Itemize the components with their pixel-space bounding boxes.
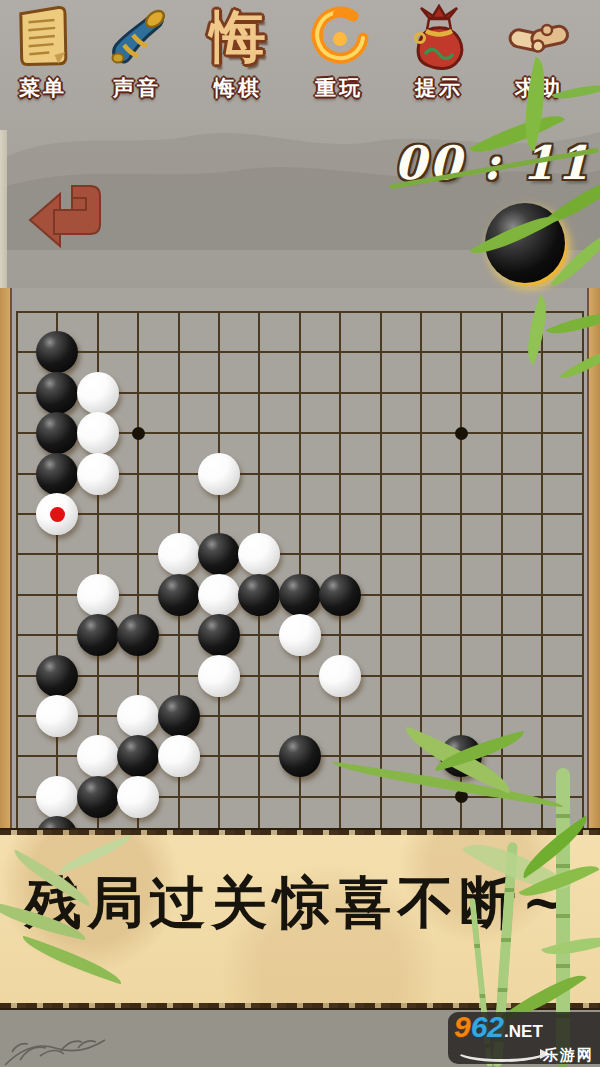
white-stone[interactable] xyxy=(198,655,240,697)
game-screen: 菜单 声音 悔 悔棋 xyxy=(0,0,600,1067)
back-button[interactable] xyxy=(24,168,110,256)
hint-pouch-icon xyxy=(407,4,471,72)
grid-line-horizontal xyxy=(16,675,584,677)
replay-button[interactable]: 重玩 xyxy=(296,4,382,110)
white-stone[interactable] xyxy=(36,776,78,818)
ink-branch-sketch xyxy=(0,1010,160,1067)
black-stone[interactable] xyxy=(36,412,78,454)
white-stone[interactable] xyxy=(158,735,200,777)
menu-scroll-icon xyxy=(11,4,75,72)
grid-line-horizontal xyxy=(16,351,584,353)
sound-button[interactable]: 声音 xyxy=(94,4,180,110)
white-stone[interactable] xyxy=(198,574,240,616)
white-stone[interactable] xyxy=(36,695,78,737)
torn-paper-edge xyxy=(0,130,7,288)
undo-label: 悔棋 xyxy=(195,74,281,102)
menu-label: 菜单 xyxy=(0,74,86,102)
black-stone[interactable] xyxy=(117,614,159,656)
toolbar: 菜单 声音 悔 悔棋 xyxy=(0,0,600,112)
black-stone[interactable] xyxy=(117,735,159,777)
white-stone[interactable] xyxy=(319,655,361,697)
white-stone[interactable] xyxy=(158,533,200,575)
grid-line-horizontal xyxy=(16,513,584,515)
hint-button[interactable]: 提示 xyxy=(396,4,482,110)
watermark-site: 962.NET xyxy=(454,1014,600,1045)
star-point xyxy=(455,427,468,440)
hint-label: 提示 xyxy=(396,74,482,102)
undo-character-icon: 悔 xyxy=(206,4,270,72)
black-stone[interactable] xyxy=(279,735,321,777)
watermark-badge[interactable]: 962.NET 乐游网 xyxy=(448,1012,600,1064)
sound-label: 声音 xyxy=(94,74,180,102)
white-stone[interactable] xyxy=(279,614,321,656)
black-stone[interactable] xyxy=(158,574,200,616)
watermark-tld: .NET xyxy=(504,1022,543,1041)
white-stone[interactable] xyxy=(77,412,119,454)
menu-button[interactable]: 菜单 xyxy=(0,4,86,110)
black-stone[interactable] xyxy=(77,776,119,818)
white-stone[interactable] xyxy=(117,776,159,818)
back-arrow-icon xyxy=(24,168,110,256)
black-stone[interactable] xyxy=(77,614,119,656)
watermark-digits-blue: 62 xyxy=(471,1010,504,1043)
watermark-tagline: 乐游网 xyxy=(454,1045,600,1065)
white-stone[interactable] xyxy=(198,453,240,495)
white-stone[interactable] xyxy=(117,695,159,737)
replay-label: 重玩 xyxy=(296,74,382,102)
watermark-name: 乐游网 xyxy=(543,1046,594,1065)
black-stone[interactable] xyxy=(198,533,240,575)
white-stone[interactable] xyxy=(77,735,119,777)
last-move-marker xyxy=(50,507,65,522)
black-stone[interactable] xyxy=(158,695,200,737)
black-stone[interactable] xyxy=(279,574,321,616)
swoosh-icon xyxy=(456,1041,548,1062)
watermark-digit-orange: 9 xyxy=(454,1010,471,1043)
grid-line-horizontal xyxy=(16,553,584,555)
white-stone[interactable] xyxy=(77,453,119,495)
undo-button[interactable]: 悔 悔棋 xyxy=(195,4,281,110)
black-stone[interactable] xyxy=(36,331,78,373)
star-point xyxy=(132,427,145,440)
grid-line-horizontal xyxy=(16,715,584,717)
black-stone[interactable] xyxy=(36,655,78,697)
white-stone[interactable] xyxy=(77,372,119,414)
black-stone[interactable] xyxy=(238,574,280,616)
white-stone[interactable] xyxy=(77,574,119,616)
replay-swirl-icon xyxy=(307,4,371,72)
black-stone[interactable] xyxy=(36,453,78,495)
white-stone[interactable] xyxy=(36,493,78,535)
black-stone[interactable] xyxy=(198,614,240,656)
black-stone[interactable] xyxy=(319,574,361,616)
grid-line-horizontal xyxy=(16,311,584,313)
sound-horn-icon xyxy=(105,4,169,72)
black-stone[interactable] xyxy=(36,372,78,414)
white-stone[interactable] xyxy=(238,533,280,575)
